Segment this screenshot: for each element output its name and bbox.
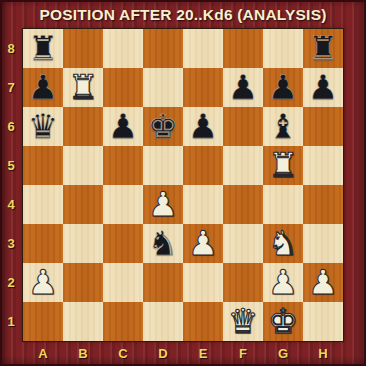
- piece-white-pawn: ♟: [188, 226, 218, 260]
- square-a1[interactable]: [23, 302, 63, 341]
- square-h5[interactable]: [303, 146, 343, 185]
- square-d2[interactable]: [143, 263, 183, 302]
- square-e7[interactable]: [183, 68, 223, 107]
- square-e6[interactable]: ♟: [183, 107, 223, 146]
- square-e5[interactable]: [183, 146, 223, 185]
- file-label-f: F: [223, 341, 263, 366]
- square-d4[interactable]: ♟: [143, 185, 183, 224]
- square-e2[interactable]: [183, 263, 223, 302]
- square-d1[interactable]: [143, 302, 183, 341]
- square-g2[interactable]: ♟: [263, 263, 303, 302]
- square-a4[interactable]: [23, 185, 63, 224]
- square-g1[interactable]: ♚: [263, 302, 303, 341]
- file-label-a: A: [23, 341, 63, 366]
- square-c1[interactable]: [103, 302, 143, 341]
- square-a6[interactable]: ♛: [23, 107, 63, 146]
- piece-black-pawn: ♟: [308, 70, 338, 104]
- piece-white-pawn: ♟: [28, 265, 58, 299]
- piece-black-pawn: ♟: [28, 70, 58, 104]
- diagram-title: POSITION AFTER 20..Kd6 (ANALYSIS): [0, 3, 366, 27]
- file-label-g: G: [263, 341, 303, 366]
- piece-black-rook: ♜: [308, 31, 338, 65]
- square-g7[interactable]: ♟: [263, 68, 303, 107]
- square-e1[interactable]: [183, 302, 223, 341]
- piece-white-king: ♚: [268, 304, 298, 338]
- square-f5[interactable]: [223, 146, 263, 185]
- piece-white-pawn: ♟: [148, 187, 178, 221]
- square-a8[interactable]: ♜: [23, 29, 63, 68]
- square-f7[interactable]: ♟: [223, 68, 263, 107]
- square-b7[interactable]: ♜: [63, 68, 103, 107]
- rank-label-1: 1: [0, 302, 22, 341]
- file-label-e: E: [183, 341, 223, 366]
- square-b8[interactable]: [63, 29, 103, 68]
- square-g3[interactable]: ♞: [263, 224, 303, 263]
- square-g5[interactable]: ♜: [263, 146, 303, 185]
- piece-black-pawn: ♟: [268, 70, 298, 104]
- rank-label-3: 3: [0, 224, 22, 263]
- chess-board: ♜♜♟♜♟♟♟♛♟♚♟♝♜♟♞♟♞♟♟♟♛♚: [23, 29, 343, 341]
- square-c8[interactable]: [103, 29, 143, 68]
- square-g8[interactable]: [263, 29, 303, 68]
- square-f2[interactable]: [223, 263, 263, 302]
- square-b2[interactable]: [63, 263, 103, 302]
- piece-white-pawn: ♟: [268, 265, 298, 299]
- square-h1[interactable]: [303, 302, 343, 341]
- square-e4[interactable]: [183, 185, 223, 224]
- square-f8[interactable]: [223, 29, 263, 68]
- piece-black-pawn: ♟: [228, 70, 258, 104]
- square-f3[interactable]: [223, 224, 263, 263]
- piece-black-bishop: ♝: [268, 109, 298, 143]
- square-e3[interactable]: ♟: [183, 224, 223, 263]
- piece-white-rook: ♜: [268, 148, 298, 182]
- piece-black-pawn: ♟: [188, 109, 218, 143]
- square-c2[interactable]: [103, 263, 143, 302]
- square-g4[interactable]: [263, 185, 303, 224]
- square-b3[interactable]: [63, 224, 103, 263]
- square-a3[interactable]: [23, 224, 63, 263]
- square-d7[interactable]: [143, 68, 183, 107]
- piece-black-queen: ♛: [28, 109, 58, 143]
- square-b6[interactable]: [63, 107, 103, 146]
- piece-black-king: ♚: [148, 109, 178, 143]
- square-b4[interactable]: [63, 185, 103, 224]
- piece-black-pawn: ♟: [108, 109, 138, 143]
- file-label-d: D: [143, 341, 183, 366]
- square-f6[interactable]: [223, 107, 263, 146]
- square-f4[interactable]: [223, 185, 263, 224]
- square-h7[interactable]: ♟: [303, 68, 343, 107]
- file-label-c: C: [103, 341, 143, 366]
- rank-label-8: 8: [0, 29, 22, 68]
- square-c5[interactable]: [103, 146, 143, 185]
- piece-white-queen: ♛: [228, 304, 258, 338]
- piece-black-rook: ♜: [28, 31, 58, 65]
- rank-label-4: 4: [0, 185, 22, 224]
- file-label-b: B: [63, 341, 103, 366]
- piece-white-knight: ♞: [268, 226, 298, 260]
- square-h8[interactable]: ♜: [303, 29, 343, 68]
- square-d5[interactable]: [143, 146, 183, 185]
- square-a2[interactable]: ♟: [23, 263, 63, 302]
- square-d6[interactable]: ♚: [143, 107, 183, 146]
- square-c7[interactable]: [103, 68, 143, 107]
- square-b1[interactable]: [63, 302, 103, 341]
- piece-white-pawn: ♟: [308, 265, 338, 299]
- square-c3[interactable]: [103, 224, 143, 263]
- square-h4[interactable]: [303, 185, 343, 224]
- square-h6[interactable]: [303, 107, 343, 146]
- square-a5[interactable]: [23, 146, 63, 185]
- square-h2[interactable]: ♟: [303, 263, 343, 302]
- square-c6[interactable]: ♟: [103, 107, 143, 146]
- rank-label-6: 6: [0, 107, 22, 146]
- file-labels: ABCDEFGH: [23, 341, 343, 366]
- square-g6[interactable]: ♝: [263, 107, 303, 146]
- rank-label-5: 5: [0, 146, 22, 185]
- rank-label-7: 7: [0, 68, 22, 107]
- board-frame: POSITION AFTER 20..Kd6 (ANALYSIS) 876543…: [0, 0, 366, 366]
- square-f1[interactable]: ♛: [223, 302, 263, 341]
- rank-label-2: 2: [0, 263, 22, 302]
- square-a7[interactable]: ♟: [23, 68, 63, 107]
- piece-white-rook: ♜: [68, 70, 98, 104]
- square-d3[interactable]: ♞: [143, 224, 183, 263]
- square-h3[interactable]: [303, 224, 343, 263]
- square-c4[interactable]: [103, 185, 143, 224]
- square-b5[interactable]: [63, 146, 103, 185]
- square-e8[interactable]: [183, 29, 223, 68]
- rank-labels: 87654321: [0, 29, 22, 341]
- file-label-h: H: [303, 341, 343, 366]
- piece-black-knight: ♞: [148, 226, 178, 260]
- square-d8[interactable]: [143, 29, 183, 68]
